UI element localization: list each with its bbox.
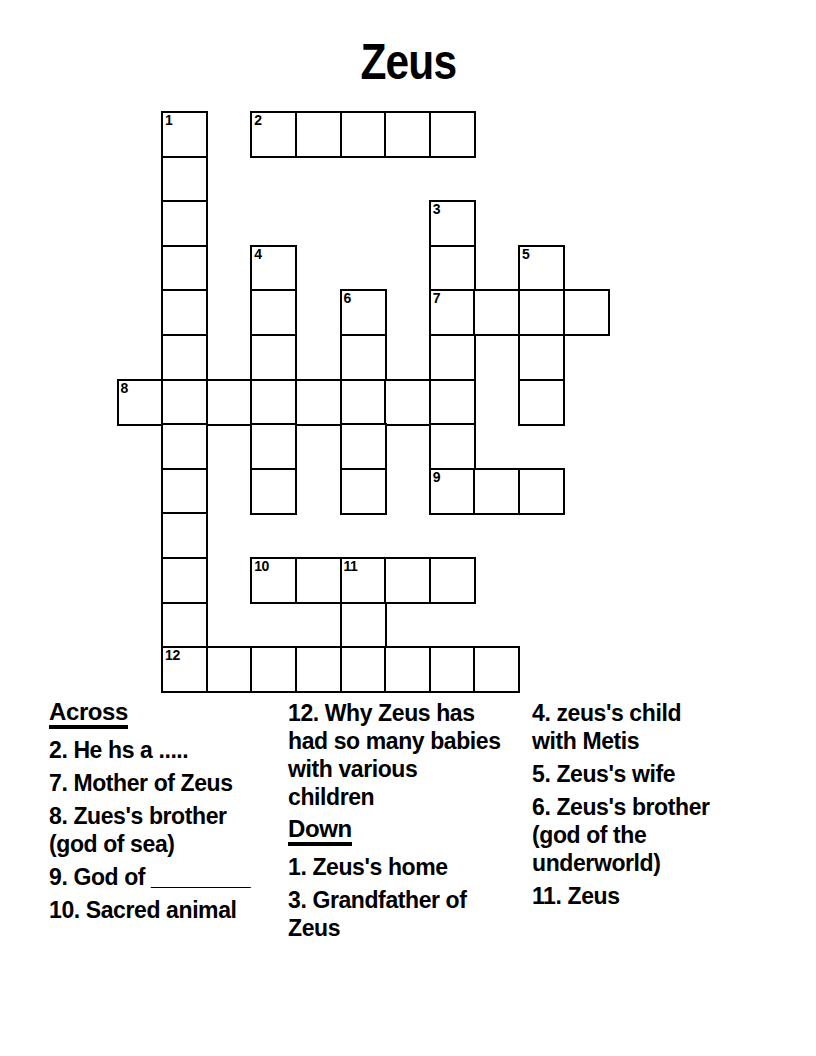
grid-cell[interactable] — [295, 379, 342, 426]
cell-number: 4 — [254, 247, 261, 262]
clue-number: 2. — [49, 737, 67, 763]
clue-header-across: Across — [49, 699, 128, 729]
clue-text: Zeus's brother (god of the underworld) — [532, 794, 710, 876]
clue-item-d11: 11. Zeus — [532, 882, 776, 910]
grid-cell[interactable] — [384, 557, 431, 604]
grid-cell[interactable] — [429, 646, 476, 693]
grid-cell[interactable] — [473, 289, 520, 336]
cell-number: 7 — [433, 291, 440, 306]
clue-number: 4. — [532, 700, 550, 726]
grid-cell[interactable] — [340, 468, 387, 515]
grid-cell[interactable] — [340, 379, 387, 426]
clue-number: 9. — [49, 864, 67, 890]
clue-text: Zeus — [568, 883, 620, 909]
grid-cell[interactable]: 5 — [518, 245, 565, 292]
clue-item-a12: 12. Why Zeus has had so many babies with… — [288, 699, 532, 811]
grid-cell[interactable] — [161, 200, 208, 247]
grid-cell[interactable] — [161, 379, 208, 426]
grid-cell[interactable] — [161, 289, 208, 336]
grid-cell[interactable] — [473, 646, 520, 693]
clue-text: Mother of Zeus — [73, 770, 232, 796]
grid-cell[interactable] — [340, 423, 387, 470]
grid-cell[interactable] — [340, 334, 387, 381]
clue-number: 10. — [49, 897, 80, 923]
grid-cell[interactable]: 8 — [117, 379, 164, 426]
grid-cell[interactable] — [429, 111, 476, 158]
grid-cell[interactable] — [518, 289, 565, 336]
grid-cell[interactable]: 2 — [250, 111, 297, 158]
clue-text: Zues's brother (god of sea) — [49, 803, 227, 857]
cell-number: 2 — [254, 113, 261, 128]
grid-cell[interactable] — [384, 379, 431, 426]
grid-cell[interactable] — [250, 379, 297, 426]
grid-cell[interactable] — [518, 334, 565, 381]
clue-number: 5. — [532, 761, 550, 787]
cell-number: 5 — [522, 247, 529, 262]
clue-item-d6: 6. Zeus's brother (god of the underworld… — [532, 793, 776, 877]
grid-cell[interactable] — [518, 468, 565, 515]
grid-cell[interactable] — [161, 557, 208, 604]
clue-item-d1: 1. Zeus's home — [288, 853, 532, 881]
grid-cell[interactable] — [250, 334, 297, 381]
clue-text: He hs a ..... — [73, 737, 188, 763]
clue-item-a9: 9. God of ________ — [49, 863, 293, 891]
grid-cell[interactable]: 3 — [429, 200, 476, 247]
cell-number: 11 — [344, 559, 358, 574]
grid-cell[interactable] — [340, 111, 387, 158]
clue-item-a2: 2. He hs a ..... — [49, 736, 293, 764]
grid-cell[interactable] — [295, 646, 342, 693]
clue-number: 8. — [49, 803, 67, 829]
grid-cell[interactable] — [473, 468, 520, 515]
grid-cell[interactable]: 9 — [429, 468, 476, 515]
clue-number: 7. — [49, 770, 67, 796]
grid-cell[interactable] — [206, 646, 253, 693]
clue-column: 12. Why Zeus has had so many babies with… — [288, 699, 532, 947]
clue-item-d5: 5. Zeus's wife — [532, 760, 776, 788]
grid-cell[interactable]: 7 — [429, 289, 476, 336]
clue-column: 4. zeus's child with Metis5. Zeus's wife… — [532, 699, 776, 915]
cell-number: 6 — [344, 291, 351, 306]
grid-cell[interactable] — [250, 423, 297, 470]
grid-cell[interactable] — [161, 245, 208, 292]
grid-cell[interactable] — [161, 512, 208, 559]
grid-cell[interactable] — [563, 289, 610, 336]
grid-cell[interactable] — [340, 602, 387, 649]
cell-number: 10 — [254, 559, 269, 574]
grid-cell[interactable] — [161, 334, 208, 381]
clue-item-d4: 4. zeus's child with Metis — [532, 699, 776, 755]
grid-cell[interactable] — [518, 379, 565, 426]
grid-cell[interactable] — [250, 289, 297, 336]
clue-text: Zeus's wife — [556, 761, 675, 787]
grid-cell[interactable]: 12 — [161, 646, 208, 693]
grid-cell[interactable] — [340, 646, 387, 693]
cell-number: 3 — [433, 202, 440, 217]
clue-number: 3. — [288, 887, 306, 913]
clue-text: Grandfather of Zeus — [288, 887, 467, 941]
cell-number: 9 — [433, 470, 440, 485]
clue-number: 1. — [288, 854, 306, 880]
cell-number: 8 — [121, 381, 128, 396]
cell-number: 1 — [165, 113, 172, 128]
clue-header-down: Down — [288, 816, 352, 846]
clue-number: 6. — [532, 794, 550, 820]
grid-cell[interactable] — [161, 423, 208, 470]
grid-cell[interactable]: 11 — [340, 557, 387, 604]
grid-cell[interactable] — [429, 423, 476, 470]
clue-item-d3: 3. Grandfather of Zeus — [288, 886, 532, 942]
grid-cell[interactable]: 10 — [250, 557, 297, 604]
grid-cell[interactable] — [295, 111, 342, 158]
grid-cell[interactable]: 6 — [340, 289, 387, 336]
grid-cell[interactable] — [384, 646, 431, 693]
clue-number: 12. — [288, 700, 319, 726]
clue-item-a7: 7. Mother of Zeus — [49, 769, 293, 797]
clue-number: 11. — [532, 883, 562, 909]
clue-column: Across2. He hs a .....7. Mother of Zeus8… — [49, 699, 293, 929]
grid-cell[interactable] — [429, 334, 476, 381]
grid-cell[interactable] — [295, 557, 342, 604]
grid-cell[interactable] — [250, 468, 297, 515]
clue-text: Zeus's home — [312, 854, 447, 880]
grid-cell[interactable] — [161, 156, 208, 203]
clue-text: God of ________ — [73, 864, 250, 890]
grid-cell[interactable] — [429, 245, 476, 292]
grid-cell[interactable] — [161, 602, 208, 649]
clue-text: Sacred animal — [86, 897, 237, 923]
clue-text: zeus's child with Metis — [532, 700, 681, 754]
clue-item-a10: 10. Sacred animal — [49, 896, 293, 924]
grid-cell[interactable] — [429, 557, 476, 604]
cell-number: 12 — [165, 648, 180, 663]
grid-cell[interactable] — [429, 379, 476, 426]
grid-cell[interactable] — [250, 646, 297, 693]
grid-cell[interactable]: 4 — [250, 245, 297, 292]
grid-cell[interactable] — [384, 111, 431, 158]
clue-item-a8: 8. Zues's brother (god of sea) — [49, 802, 293, 858]
clue-text: Why Zeus has had so many babies with var… — [288, 700, 501, 810]
grid-cell[interactable] — [206, 379, 253, 426]
grid-cell[interactable]: 1 — [161, 111, 208, 158]
grid-cell[interactable] — [161, 468, 208, 515]
